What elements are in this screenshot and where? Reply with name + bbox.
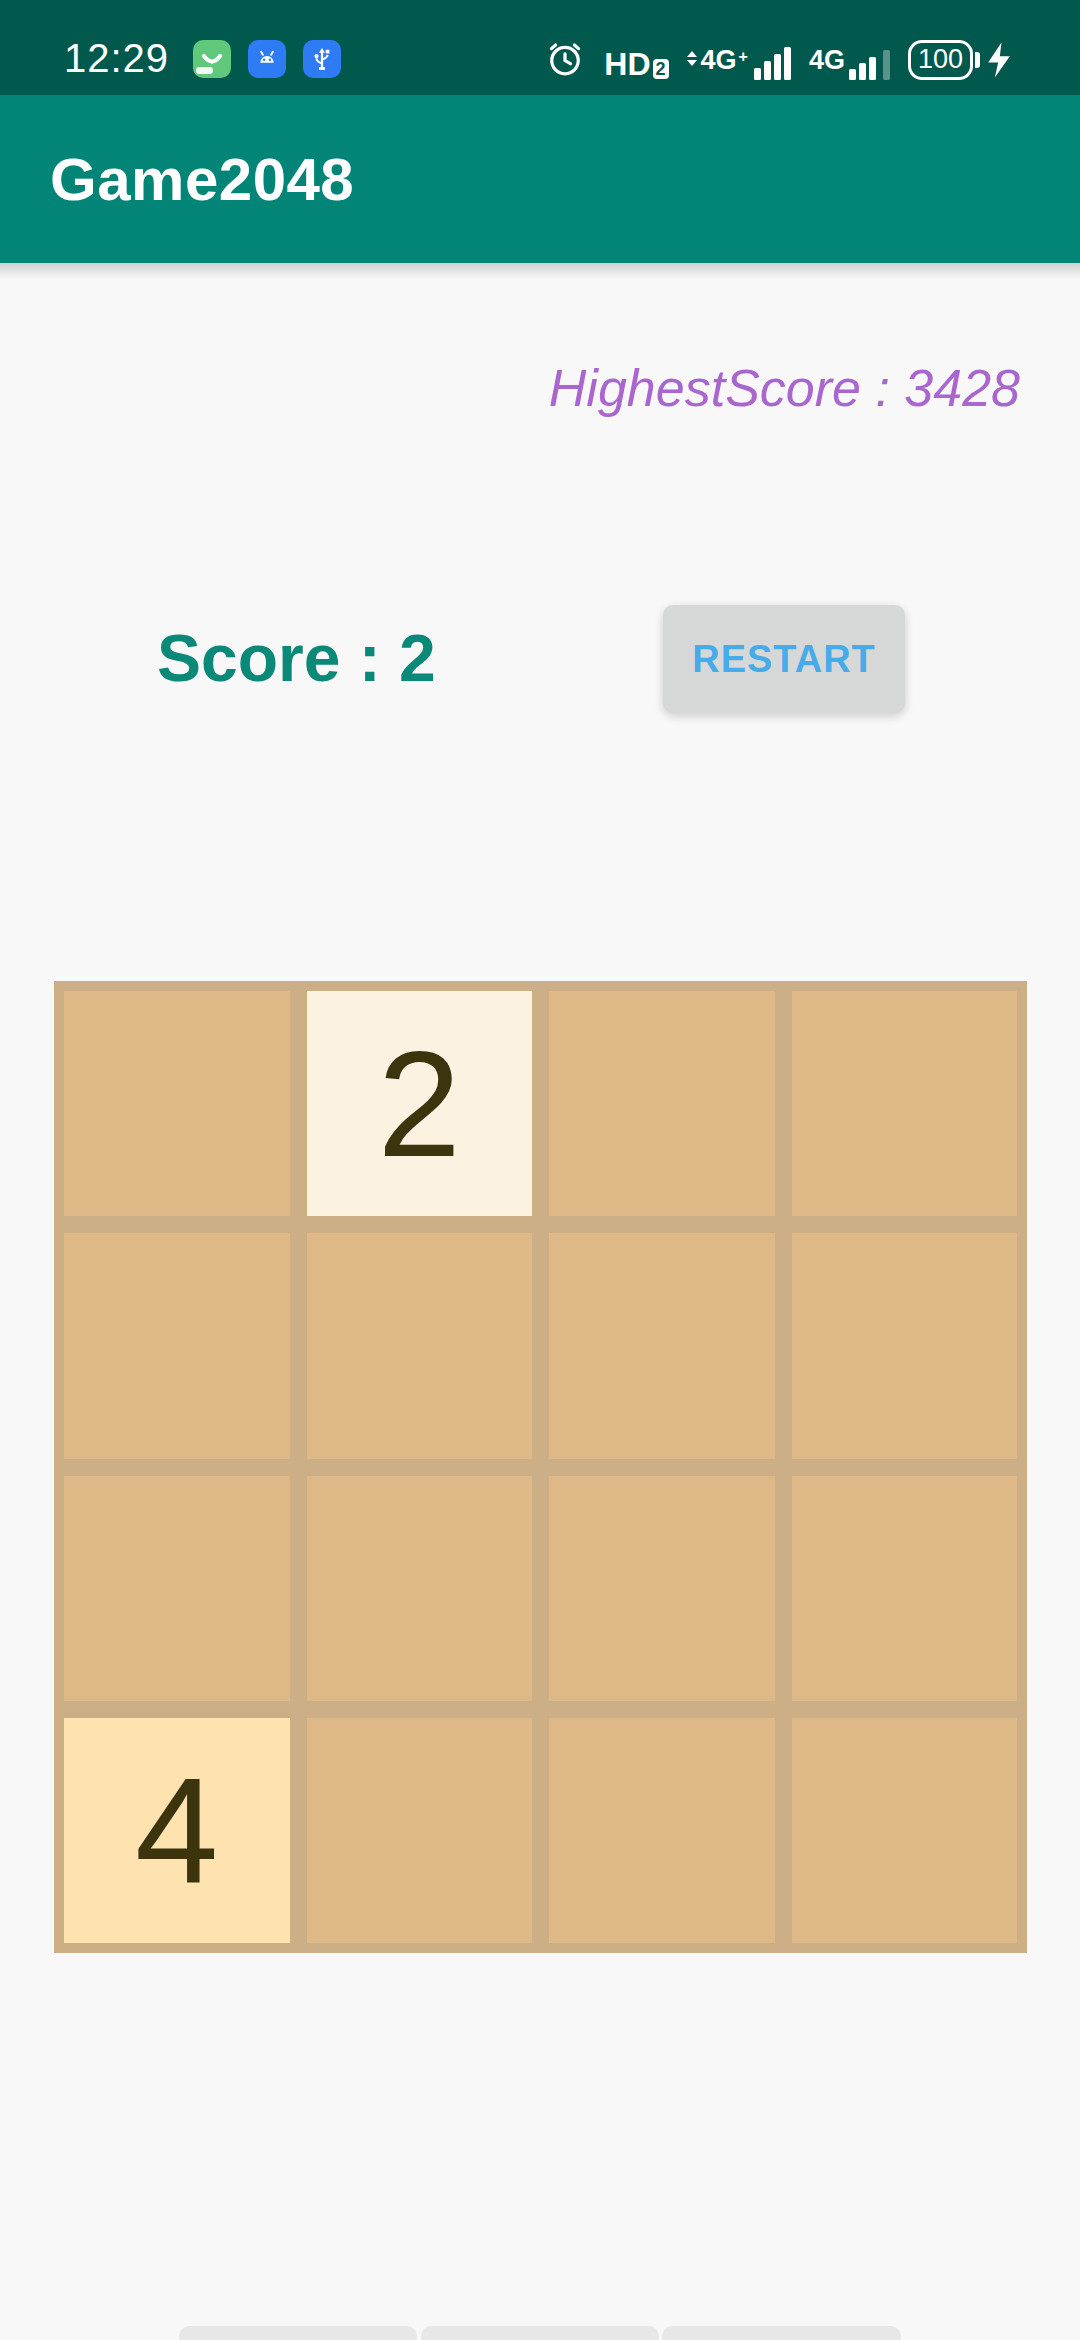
cell-r3c2 — [549, 1718, 775, 1943]
app-bar: Game2048 — [0, 95, 1080, 263]
cell-r2c2 — [549, 1476, 775, 1701]
cell-r3c1 — [307, 1718, 533, 1943]
cell-r0c2 — [549, 991, 775, 1216]
android-icon — [248, 40, 286, 78]
board-grid[interactable]: 24 — [54, 981, 1027, 1953]
bottom-bar — [0, 2326, 1080, 2340]
alarm-icon — [544, 38, 586, 80]
signal-secondary: 4G — [809, 50, 890, 80]
phone-screen: 12:29 — [0, 0, 1080, 2340]
market-label-chip — [196, 67, 213, 74]
charging-bolt-icon — [982, 40, 1016, 80]
data-activity-arrows-icon — [687, 51, 697, 66]
network-type-primary: 4G — [701, 47, 737, 74]
status-bar-right: HD 2 4G + 4G — [544, 38, 1016, 80]
cell-r0c0 — [64, 991, 290, 1216]
usb-icon — [303, 40, 341, 78]
signal-bars-primary-icon — [754, 47, 791, 80]
status-bar-left: 12:29 — [64, 36, 341, 81]
cell-r0c3 — [792, 991, 1018, 1216]
status-bar: 12:29 — [0, 0, 1080, 95]
android-head — [252, 44, 282, 74]
app-title: Game2048 — [50, 145, 354, 214]
hd-sim-badge: 2 — [653, 59, 669, 79]
notification-icons — [193, 40, 341, 78]
usb-trident — [307, 44, 337, 74]
cell-r2c0 — [64, 1476, 290, 1701]
hd-label: HD — [604, 48, 650, 80]
cell-r1c1 — [307, 1233, 533, 1458]
hd-voice-indicator: HD 2 — [604, 48, 668, 80]
tile-2-r0c1: 2 — [307, 991, 533, 1216]
bottom-bar-segment-1 — [179, 2326, 417, 2340]
battery-nub — [975, 52, 980, 68]
cell-r1c0 — [64, 1233, 290, 1458]
tile-4-r3c0: 4 — [64, 1718, 290, 1943]
battery-outline-icon: 100 — [908, 40, 973, 80]
highest-score-label: HighestScore : 3428 — [549, 358, 1020, 418]
restart-button[interactable]: RESTART — [663, 605, 905, 713]
signal-bars-secondary-icon — [849, 50, 890, 80]
bottom-bar-segment-3 — [662, 2326, 901, 2340]
signal-primary: 4G + — [687, 47, 791, 80]
cell-r2c3 — [792, 1476, 1018, 1701]
battery-level: 100 — [918, 46, 963, 73]
bottom-bar-segment-2 — [421, 2326, 659, 2340]
app-market-icon — [193, 40, 231, 78]
app-bar-shadow — [0, 263, 1080, 279]
cell-r1c3 — [792, 1233, 1018, 1458]
score-label: Score : 2 — [157, 620, 436, 696]
cell-r1c2 — [549, 1233, 775, 1458]
battery-indicator: 100 — [908, 40, 1016, 80]
network-type-secondary: 4G — [809, 47, 845, 74]
cell-r2c1 — [307, 1476, 533, 1701]
clock-time: 12:29 — [64, 36, 169, 81]
cell-r3c3 — [792, 1718, 1018, 1943]
network-plus: + — [739, 48, 748, 66]
